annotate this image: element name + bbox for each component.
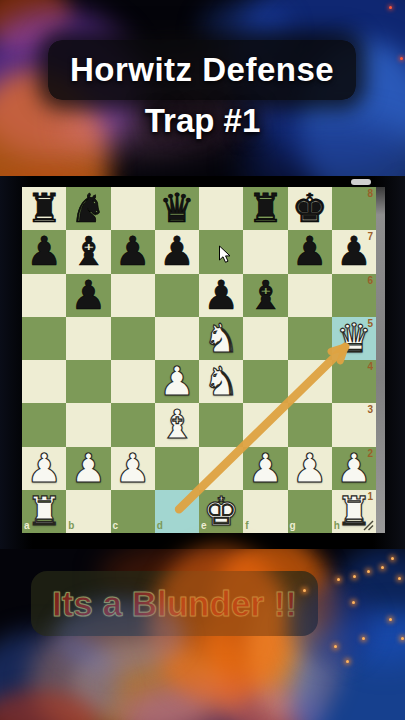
square-e8[interactable] — [199, 187, 243, 230]
caption-text: Its a Blunder !! — [52, 584, 297, 624]
square-f5[interactable] — [243, 317, 287, 360]
piece-a8: ♜ — [22, 187, 66, 230]
square-h7[interactable]: ♟7 — [332, 230, 376, 273]
square-b4[interactable] — [66, 360, 110, 403]
piece-d8: ♛ — [155, 187, 199, 230]
piece-g7: ♟ — [288, 230, 332, 273]
square-c4[interactable] — [111, 360, 155, 403]
piece-g8: ♚ — [288, 187, 332, 230]
piece-d7: ♟ — [155, 230, 199, 273]
piece-a7: ♟ — [22, 230, 66, 273]
square-c8[interactable] — [111, 187, 155, 230]
piece-c2: ♟ — [111, 447, 155, 490]
file-label-b: b — [68, 521, 74, 531]
square-d7[interactable]: ♟ — [155, 230, 199, 273]
square-c3[interactable] — [111, 403, 155, 446]
spark — [352, 601, 355, 604]
square-b7[interactable]: ♝ — [66, 230, 110, 273]
square-a2[interactable]: ♟ — [22, 447, 66, 490]
rank-label-7: 7 — [367, 232, 373, 242]
file-label-h: h — [334, 521, 340, 531]
square-c1[interactable]: c — [111, 490, 155, 533]
square-b8[interactable]: ♞ — [66, 187, 110, 230]
flame-wisp — [70, 640, 220, 720]
rank-label-6: 6 — [367, 276, 373, 286]
square-h4[interactable]: 4 — [332, 360, 376, 403]
resize-handle-icon[interactable] — [363, 520, 374, 531]
piece-b7: ♝ — [66, 230, 110, 273]
square-e6[interactable]: ♟ — [199, 274, 243, 317]
flame-wisp — [0, 630, 120, 720]
square-d8[interactable]: ♛ — [155, 187, 199, 230]
rank-label-1: 1 — [367, 492, 373, 502]
spark — [389, 618, 392, 621]
rank-label-3: 3 — [367, 405, 373, 415]
square-a1[interactable]: ♜a — [22, 490, 66, 533]
square-e3[interactable] — [199, 403, 243, 446]
spark — [334, 645, 337, 648]
square-g7[interactable]: ♟ — [288, 230, 332, 273]
square-d4[interactable]: ♟ — [155, 360, 199, 403]
spark — [337, 578, 340, 581]
piece-f2: ♟ — [243, 447, 287, 490]
square-f6[interactable]: ♝ — [243, 274, 287, 317]
flame-wisp — [330, 545, 405, 665]
square-h5[interactable]: ♛5 — [332, 317, 376, 360]
square-g1[interactable]: g — [288, 490, 332, 533]
piece-d4: ♟ — [155, 360, 199, 403]
piece-d3: ♝ — [155, 403, 199, 446]
square-d3[interactable]: ♝ — [155, 403, 199, 446]
square-b1[interactable]: b — [66, 490, 110, 533]
square-h6[interactable]: 6 — [332, 274, 376, 317]
square-e1[interactable]: ♚e — [199, 490, 243, 533]
square-e4[interactable]: ♞ — [199, 360, 243, 403]
square-a3[interactable] — [22, 403, 66, 446]
square-c7[interactable]: ♟ — [111, 230, 155, 273]
square-h2[interactable]: ♟2 — [332, 447, 376, 490]
square-d5[interactable] — [155, 317, 199, 360]
piece-e5: ♞ — [199, 317, 243, 360]
spark — [401, 637, 404, 640]
page: Horwitz Defense Trap #1 ♜♞♛♜♚8♟♝♟♟♟♟7♟♟♝… — [0, 0, 405, 720]
square-c5[interactable] — [111, 317, 155, 360]
spark — [367, 570, 370, 573]
square-e7[interactable] — [199, 230, 243, 273]
square-g2[interactable]: ♟ — [288, 447, 332, 490]
file-label-g: g — [290, 521, 296, 531]
file-label-f: f — [245, 521, 248, 531]
square-e5[interactable]: ♞ — [199, 317, 243, 360]
spark — [398, 577, 401, 580]
file-label-c: c — [113, 521, 119, 531]
square-a7[interactable]: ♟ — [22, 230, 66, 273]
file-label-a: a — [24, 521, 30, 531]
square-g3[interactable] — [288, 403, 332, 446]
spark — [353, 575, 356, 578]
square-f3[interactable] — [243, 403, 287, 446]
title-banner: Horwitz Defense — [48, 40, 356, 100]
spark — [381, 566, 384, 569]
square-g4[interactable] — [288, 360, 332, 403]
square-f4[interactable] — [243, 360, 287, 403]
file-label-d: d — [157, 521, 163, 531]
square-g8[interactable]: ♚ — [288, 187, 332, 230]
piece-e4: ♞ — [199, 360, 243, 403]
title-line1: Horwitz Defense — [70, 51, 334, 89]
title-line2: Trap #1 — [0, 102, 405, 140]
square-f1[interactable]: f — [243, 490, 287, 533]
square-h8[interactable]: 8 — [332, 187, 376, 230]
square-h3[interactable]: 3 — [332, 403, 376, 446]
spark — [389, 6, 392, 9]
flame-wisp — [0, 690, 100, 720]
spark — [346, 660, 349, 663]
chess-board: ♜♞♛♜♚8♟♝♟♟♟♟7♟♟♝6♞♛5♟♞4♝3♟♟♟♟♟♟2♜abcd♚ef… — [22, 187, 376, 533]
square-b2[interactable]: ♟ — [66, 447, 110, 490]
piece-f8: ♜ — [243, 187, 287, 230]
square-d1[interactable]: d — [155, 490, 199, 533]
piece-g2: ♟ — [288, 447, 332, 490]
piece-b6: ♟ — [66, 274, 110, 317]
caption-banner: Its a Blunder !! — [31, 571, 318, 636]
square-d2[interactable] — [155, 447, 199, 490]
flame-wisp — [120, 680, 320, 720]
square-g5[interactable] — [288, 317, 332, 360]
piece-e6: ♟ — [199, 274, 243, 317]
rank-label-2: 2 — [367, 449, 373, 459]
square-a6[interactable] — [22, 274, 66, 317]
square-b6[interactable]: ♟ — [66, 274, 110, 317]
piece-c7: ♟ — [111, 230, 155, 273]
square-a8[interactable]: ♜ — [22, 187, 66, 230]
board-menu-icon[interactable] — [351, 179, 371, 185]
piece-b2: ♟ — [66, 447, 110, 490]
square-f7[interactable] — [243, 230, 287, 273]
piece-a2: ♟ — [22, 447, 66, 490]
square-f2[interactable]: ♟ — [243, 447, 287, 490]
spark — [391, 557, 394, 560]
scrollbar[interactable] — [376, 187, 385, 533]
square-c2[interactable]: ♟ — [111, 447, 155, 490]
rank-label-4: 4 — [367, 362, 373, 372]
square-a4[interactable] — [22, 360, 66, 403]
square-b5[interactable] — [66, 317, 110, 360]
spark — [400, 57, 403, 60]
square-c6[interactable] — [111, 274, 155, 317]
rank-label-8: 8 — [367, 189, 373, 199]
piece-b8: ♞ — [66, 187, 110, 230]
square-f8[interactable]: ♜ — [243, 187, 287, 230]
square-b3[interactable] — [66, 403, 110, 446]
rank-label-5: 5 — [367, 319, 373, 329]
file-label-e: e — [201, 521, 207, 531]
spark — [362, 637, 365, 640]
square-g6[interactable] — [288, 274, 332, 317]
piece-f6: ♝ — [243, 274, 287, 317]
square-e2[interactable] — [199, 447, 243, 490]
square-a5[interactable] — [22, 317, 66, 360]
square-d6[interactable] — [155, 274, 199, 317]
